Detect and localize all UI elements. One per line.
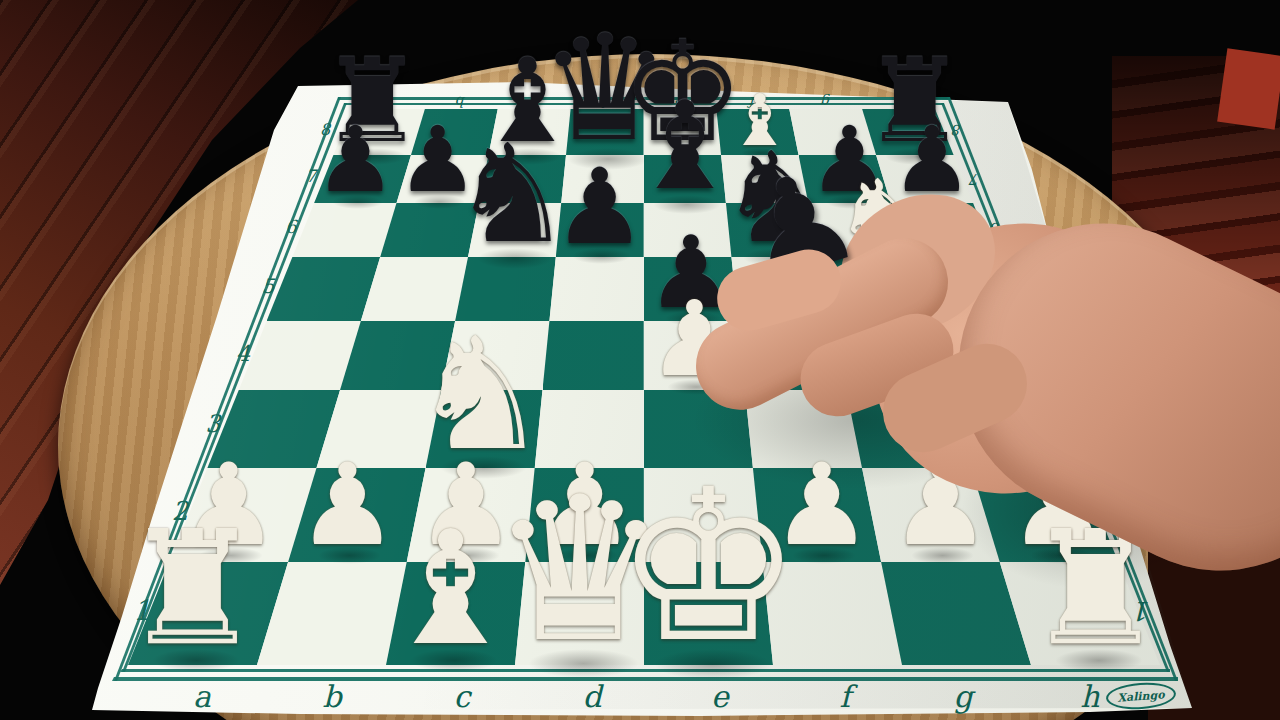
piece-black-pawn-d6[interactable]: ♟ xyxy=(547,155,652,260)
coord-bottom-c: c xyxy=(442,682,482,712)
coord-bottom-d: d xyxy=(572,682,612,712)
coord-left-4: 4 xyxy=(229,343,257,365)
coord-bottom-a: a xyxy=(182,682,222,712)
red-chair-rail xyxy=(1217,48,1280,129)
coord-bottom-f: f xyxy=(825,682,865,712)
piece-white-king-e1[interactable]: ♚ xyxy=(604,462,814,672)
coord-bottom-g: g xyxy=(943,682,983,712)
coord-left-5: 5 xyxy=(254,276,282,296)
coord-bottom-b: b xyxy=(312,682,352,712)
piece-black-pawn-a7[interactable]: ♟ xyxy=(310,115,401,206)
coord-left-3: 3 xyxy=(199,412,227,436)
coord-bottom-h: h xyxy=(1070,682,1110,712)
brand-logo-text: Xalingo xyxy=(1117,688,1165,704)
video-frame: 1122334455667788aabbccddeeffgghh♜♝♛♚♝♜♟♟… xyxy=(0,0,1280,720)
piece-white-rook-a1[interactable]: ♜ xyxy=(114,510,272,668)
coord-left-6: 6 xyxy=(277,218,305,236)
